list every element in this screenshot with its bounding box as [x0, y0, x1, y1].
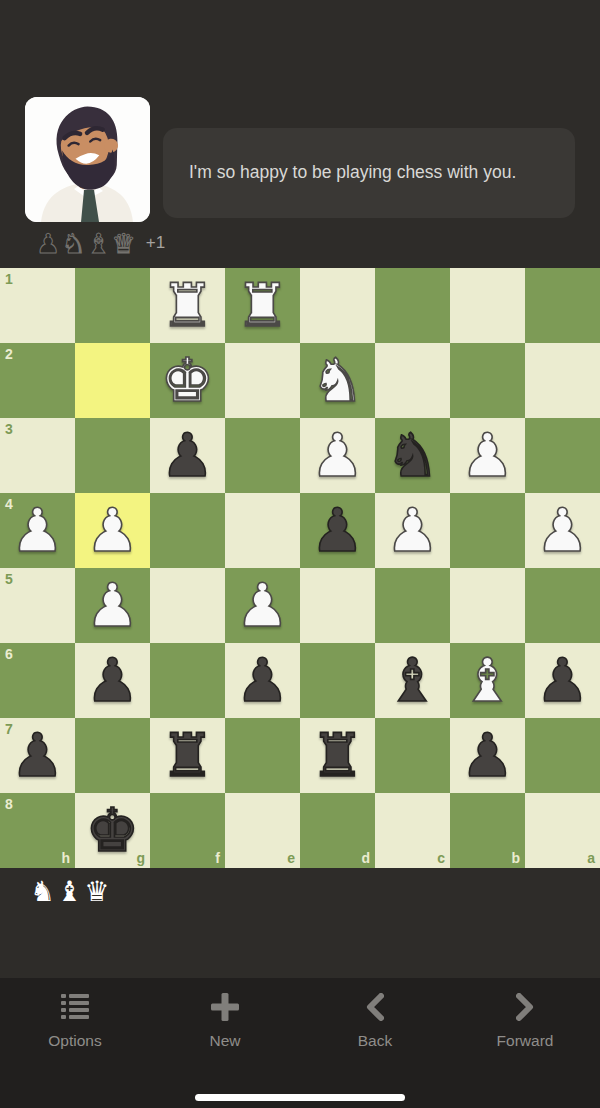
square-h8[interactable]: 8h — [0, 793, 75, 868]
captured-by-white-tray: ♟♞♝♛ +1 — [36, 225, 165, 261]
avatar-illustration — [25, 97, 150, 222]
file-label-b: b — [511, 850, 520, 866]
white-pawn-e5[interactable]: ♟ — [236, 568, 290, 643]
square-e2[interactable] — [225, 343, 300, 418]
square-d4[interactable]: ♟ — [300, 493, 375, 568]
square-f5[interactable] — [150, 568, 225, 643]
white-pawn-g4[interactable]: ♟ — [86, 493, 140, 568]
square-h7[interactable]: 7♟ — [0, 718, 75, 793]
square-d2[interactable]: ♞ — [300, 343, 375, 418]
plus-icon — [211, 993, 239, 1021]
square-a5[interactable] — [525, 568, 600, 643]
white-rook-e1[interactable]: ♜ — [236, 268, 290, 343]
square-g5[interactable]: ♟ — [75, 568, 150, 643]
square-d8[interactable]: d — [300, 793, 375, 868]
square-b4[interactable] — [450, 493, 525, 568]
square-g6[interactable]: ♟ — [75, 643, 150, 718]
square-b8[interactable]: b — [450, 793, 525, 868]
square-h1[interactable]: 1 — [0, 268, 75, 343]
new-game-button[interactable]: New — [150, 978, 300, 1108]
square-e4[interactable] — [225, 493, 300, 568]
captured-white-pieces: ♞♝♛ — [30, 875, 111, 908]
square-d6[interactable] — [300, 643, 375, 718]
square-f2[interactable]: ♚ — [150, 343, 225, 418]
square-g4[interactable]: ♟ — [75, 493, 150, 568]
chevron-left-icon — [366, 993, 384, 1021]
square-c6[interactable]: ♝ — [375, 643, 450, 718]
square-h6[interactable]: 6 — [0, 643, 75, 718]
white-pawn-d3[interactable]: ♟ — [311, 418, 365, 493]
file-label-d: d — [361, 850, 370, 866]
square-e3[interactable] — [225, 418, 300, 493]
forward-label: Forward — [497, 1032, 554, 1050]
square-h4[interactable]: 4♟ — [0, 493, 75, 568]
square-d7[interactable]: ♜ — [300, 718, 375, 793]
options-list-icon — [61, 993, 89, 1021]
square-c4[interactable]: ♟ — [375, 493, 450, 568]
square-b6[interactable]: ♝ — [450, 643, 525, 718]
back-label: Back — [358, 1032, 392, 1050]
square-c3[interactable]: ♞ — [375, 418, 450, 493]
square-g8[interactable]: g♚ — [75, 793, 150, 868]
black-pawn-a6[interactable]: ♟ — [536, 643, 590, 718]
black-rook-f7[interactable]: ♜ — [161, 718, 215, 793]
file-label-f: f — [215, 850, 220, 866]
captured-by-black-tray: ♞♝♛ — [30, 872, 111, 910]
material-advantage: +1 — [146, 233, 165, 253]
square-a2[interactable] — [525, 343, 600, 418]
square-g3[interactable] — [75, 418, 150, 493]
bottom-navbar: Options New Back — [0, 978, 600, 1108]
white-king-f2[interactable]: ♚ — [161, 343, 215, 418]
square-b3[interactable]: ♟ — [450, 418, 525, 493]
square-a1[interactable] — [525, 268, 600, 343]
square-f4[interactable] — [150, 493, 225, 568]
file-label-a: a — [587, 850, 595, 866]
black-bishop-c6[interactable]: ♝ — [386, 643, 440, 718]
captured-black-pieces: ♟♞♝♛ — [36, 228, 137, 259]
black-pawn-e6[interactable]: ♟ — [236, 643, 290, 718]
white-pawn-b3[interactable]: ♟ — [461, 418, 515, 493]
options-button[interactable]: Options — [0, 978, 150, 1108]
square-d1[interactable] — [300, 268, 375, 343]
black-pawn-h7[interactable]: ♟ — [11, 718, 65, 793]
square-a8[interactable]: a — [525, 793, 600, 868]
white-bishop-b6[interactable]: ♝ — [461, 643, 515, 718]
square-b1[interactable] — [450, 268, 525, 343]
square-f3[interactable]: ♟ — [150, 418, 225, 493]
square-f1[interactable]: ♜ — [150, 268, 225, 343]
square-e8[interactable]: e — [225, 793, 300, 868]
square-d3[interactable]: ♟ — [300, 418, 375, 493]
square-h2[interactable]: 2 — [0, 343, 75, 418]
square-e1[interactable]: ♜ — [225, 268, 300, 343]
square-e6[interactable]: ♟ — [225, 643, 300, 718]
white-pawn-h4[interactable]: ♟ — [11, 493, 65, 568]
black-knight-c3[interactable]: ♞ — [386, 418, 440, 493]
square-c2[interactable] — [375, 343, 450, 418]
file-label-c: c — [437, 850, 445, 866]
app-screen: I'm so happy to be playing chess with yo… — [0, 0, 600, 1108]
square-e5[interactable]: ♟ — [225, 568, 300, 643]
white-knight-d2[interactable]: ♞ — [311, 343, 365, 418]
white-pawn-c4[interactable]: ♟ — [386, 493, 440, 568]
rank-label-5: 5 — [5, 571, 13, 587]
square-c5[interactable] — [375, 568, 450, 643]
home-indicator[interactable] — [195, 1094, 405, 1101]
rank-label-6: 6 — [5, 646, 13, 662]
black-pawn-f3[interactable]: ♟ — [161, 418, 215, 493]
square-h3[interactable]: 3 — [0, 418, 75, 493]
square-f7[interactable]: ♜ — [150, 718, 225, 793]
white-pawn-g5[interactable]: ♟ — [86, 568, 140, 643]
square-a7[interactable] — [525, 718, 600, 793]
square-g7[interactable] — [75, 718, 150, 793]
square-c7[interactable] — [375, 718, 450, 793]
square-e7[interactable] — [225, 718, 300, 793]
white-rook-f1[interactable]: ♜ — [161, 268, 215, 343]
square-d5[interactable] — [300, 568, 375, 643]
square-b7[interactable]: ♟ — [450, 718, 525, 793]
opponent-avatar[interactable] — [25, 97, 150, 222]
rank-label-2: 2 — [5, 346, 13, 362]
square-g1[interactable] — [75, 268, 150, 343]
square-b2[interactable] — [450, 343, 525, 418]
chat-message: I'm so happy to be playing chess with yo… — [189, 160, 516, 185]
chevron-right-icon — [516, 993, 534, 1021]
chess-board[interactable]: 1♜♜2♚♞3♟♟♞♟4♟♟♟♟♟5♟♟6♟♟♝♝♟7♟♜♜♟8hg♚fedcb… — [0, 268, 600, 868]
square-f8[interactable]: f — [150, 793, 225, 868]
rank-label-1: 1 — [5, 271, 13, 287]
new-label: New — [209, 1032, 240, 1050]
square-a3[interactable] — [525, 418, 600, 493]
file-label-e: e — [287, 850, 295, 866]
square-a6[interactable]: ♟ — [525, 643, 600, 718]
options-label: Options — [48, 1032, 101, 1050]
black-pawn-d4[interactable]: ♟ — [311, 493, 365, 568]
square-a4[interactable]: ♟ — [525, 493, 600, 568]
black-pawn-g6[interactable]: ♟ — [86, 643, 140, 718]
rank-label-8: 8 — [5, 796, 13, 812]
black-rook-d7[interactable]: ♜ — [311, 718, 365, 793]
back-button[interactable]: Back — [300, 978, 450, 1108]
file-label-h: h — [61, 850, 70, 866]
forward-button[interactable]: Forward — [450, 978, 600, 1108]
white-pawn-a4[interactable]: ♟ — [536, 493, 590, 568]
rank-label-3: 3 — [5, 421, 13, 437]
square-b5[interactable] — [450, 568, 525, 643]
square-h5[interactable]: 5 — [0, 568, 75, 643]
square-c1[interactable] — [375, 268, 450, 343]
square-g2[interactable] — [75, 343, 150, 418]
black-pawn-b7[interactable]: ♟ — [461, 718, 515, 793]
chat-bubble: I'm so happy to be playing chess with yo… — [163, 128, 575, 218]
black-king-g8[interactable]: ♚ — [86, 793, 140, 868]
square-c8[interactable]: c — [375, 793, 450, 868]
square-f6[interactable] — [150, 643, 225, 718]
